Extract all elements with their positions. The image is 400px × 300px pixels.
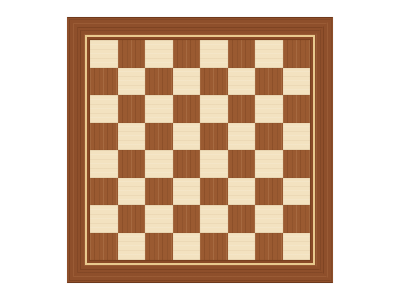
square-e3[interactable]	[200, 178, 228, 206]
square-g6[interactable]	[255, 95, 283, 123]
square-d6[interactable]	[173, 95, 201, 123]
square-b3[interactable]	[118, 178, 146, 206]
square-b5[interactable]	[118, 123, 146, 151]
square-e5[interactable]	[200, 123, 228, 151]
square-f5[interactable]	[228, 123, 256, 151]
square-c4[interactable]	[145, 150, 173, 178]
square-g5[interactable]	[255, 123, 283, 151]
square-c8[interactable]	[145, 40, 173, 68]
square-e8[interactable]	[200, 40, 228, 68]
square-h5[interactable]	[283, 123, 311, 151]
square-a8[interactable]	[90, 40, 118, 68]
square-e1[interactable]	[200, 233, 228, 261]
square-a6[interactable]	[90, 95, 118, 123]
square-g3[interactable]	[255, 178, 283, 206]
square-b7[interactable]	[118, 68, 146, 96]
square-a2[interactable]	[90, 205, 118, 233]
square-h4[interactable]	[283, 150, 311, 178]
square-f4[interactable]	[228, 150, 256, 178]
square-h1[interactable]	[283, 233, 311, 261]
square-h6[interactable]	[283, 95, 311, 123]
square-g8[interactable]	[255, 40, 283, 68]
square-d1[interactable]	[173, 233, 201, 261]
square-h7[interactable]	[283, 68, 311, 96]
square-f3[interactable]	[228, 178, 256, 206]
board-grid	[90, 40, 310, 260]
square-h8[interactable]	[283, 40, 311, 68]
square-h3[interactable]	[283, 178, 311, 206]
square-e2[interactable]	[200, 205, 228, 233]
square-g7[interactable]	[255, 68, 283, 96]
square-c1[interactable]	[145, 233, 173, 261]
square-d8[interactable]	[173, 40, 201, 68]
square-d2[interactable]	[173, 205, 201, 233]
square-b2[interactable]	[118, 205, 146, 233]
square-g2[interactable]	[255, 205, 283, 233]
square-d3[interactable]	[173, 178, 201, 206]
square-c6[interactable]	[145, 95, 173, 123]
square-e6[interactable]	[200, 95, 228, 123]
square-a7[interactable]	[90, 68, 118, 96]
square-c3[interactable]	[145, 178, 173, 206]
square-d4[interactable]	[173, 150, 201, 178]
square-b1[interactable]	[118, 233, 146, 261]
frame-inlay-line	[85, 35, 315, 265]
square-g4[interactable]	[255, 150, 283, 178]
square-c2[interactable]	[145, 205, 173, 233]
square-c7[interactable]	[145, 68, 173, 96]
square-f8[interactable]	[228, 40, 256, 68]
square-f1[interactable]	[228, 233, 256, 261]
chessboard	[67, 17, 333, 283]
square-c5[interactable]	[145, 123, 173, 151]
page-background	[0, 0, 400, 300]
square-f7[interactable]	[228, 68, 256, 96]
square-h2[interactable]	[283, 205, 311, 233]
square-g1[interactable]	[255, 233, 283, 261]
square-f2[interactable]	[228, 205, 256, 233]
square-a3[interactable]	[90, 178, 118, 206]
square-d5[interactable]	[173, 123, 201, 151]
square-b8[interactable]	[118, 40, 146, 68]
square-e4[interactable]	[200, 150, 228, 178]
square-b6[interactable]	[118, 95, 146, 123]
square-e7[interactable]	[200, 68, 228, 96]
square-a1[interactable]	[90, 233, 118, 261]
square-a5[interactable]	[90, 123, 118, 151]
square-b4[interactable]	[118, 150, 146, 178]
square-a4[interactable]	[90, 150, 118, 178]
square-f6[interactable]	[228, 95, 256, 123]
square-d7[interactable]	[173, 68, 201, 96]
